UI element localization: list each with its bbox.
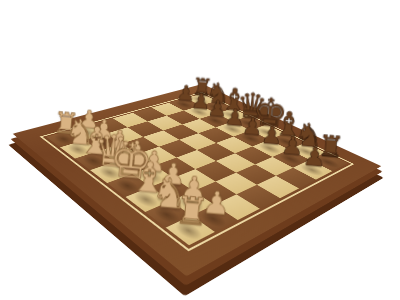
square-h5[interactable] [257,176,299,198]
board-tilt-wrapper: ♜♞♝♛♚♝♞♜♟♟♟♟♟♟♟♟♟♟♟♟♟♟♟♟♜♞♝♛♚♝♞♜ [0,0,400,300]
perspective-scene: ♜♞♝♛♚♝♞♜♟♟♟♟♟♟♟♟♟♟♟♟♟♟♟♟♜♞♝♛♚♝♞♜ [0,0,400,300]
square-h4[interactable] [237,185,280,209]
square-h6[interactable] [276,168,316,189]
chess-board: ♜♞♝♛♚♝♞♜♟♟♟♟♟♟♟♟♟♟♟♟♟♟♟♟♜♞♝♛♚♝♞♜ [12,84,381,276]
square-g5[interactable] [236,164,276,185]
product-photo-background: ♜♞♝♛♚♝♞♜♟♟♟♟♟♟♟♟♟♟♟♟♟♟♟♟♜♞♝♛♚♝♞♜ [0,0,400,300]
square-f5[interactable] [216,153,255,172]
black-pawn-h7[interactable]: ♟ [295,142,334,171]
white-rook-h1[interactable]: ♜ [167,191,217,232]
square-g6[interactable] [255,157,294,176]
